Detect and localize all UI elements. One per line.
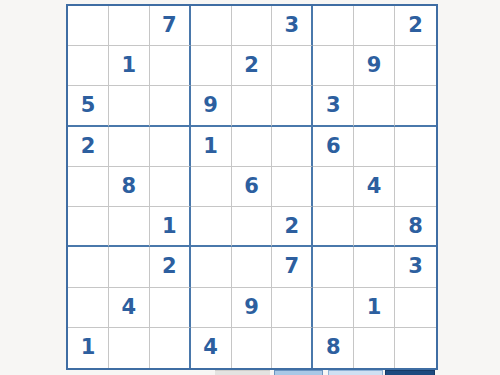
cell-r9c6[interactable] bbox=[272, 328, 313, 368]
cell-r6c7[interactable] bbox=[313, 207, 354, 247]
cell-r2c8[interactable]: 9 bbox=[354, 46, 395, 86]
cell-r9c2[interactable] bbox=[109, 328, 150, 368]
cutoff-button-light-1[interactable] bbox=[274, 370, 323, 375]
sudoku-board: 732129593216864128273491148 bbox=[66, 4, 438, 370]
cell-r5c6[interactable] bbox=[272, 167, 313, 207]
cell-r7c9[interactable]: 3 bbox=[395, 247, 436, 287]
cell-r8c7[interactable] bbox=[313, 288, 354, 328]
cell-r3c9[interactable] bbox=[395, 86, 436, 126]
cell-r3c2[interactable] bbox=[109, 86, 150, 126]
cell-r6c2[interactable] bbox=[109, 207, 150, 247]
cell-r2c7[interactable] bbox=[313, 46, 354, 86]
cell-r2c4[interactable] bbox=[191, 46, 232, 86]
cell-r5c2[interactable]: 8 bbox=[109, 167, 150, 207]
cell-r4c8[interactable] bbox=[354, 127, 395, 167]
cell-r6c4[interactable] bbox=[191, 207, 232, 247]
cell-r4c3[interactable] bbox=[150, 127, 191, 167]
cell-r5c9[interactable] bbox=[395, 167, 436, 207]
cell-r5c1[interactable] bbox=[68, 167, 109, 207]
cell-r6c5[interactable] bbox=[232, 207, 273, 247]
cell-r1c3[interactable]: 7 bbox=[150, 6, 191, 46]
cell-r7c3[interactable]: 2 bbox=[150, 247, 191, 287]
cell-r5c3[interactable] bbox=[150, 167, 191, 207]
cell-r2c1[interactable] bbox=[68, 46, 109, 86]
cell-r4c2[interactable] bbox=[109, 127, 150, 167]
cell-r4c5[interactable] bbox=[232, 127, 273, 167]
cell-r9c1[interactable]: 1 bbox=[68, 328, 109, 368]
cell-r3c7[interactable]: 3 bbox=[313, 86, 354, 126]
cell-r7c1[interactable] bbox=[68, 247, 109, 287]
cell-r5c4[interactable] bbox=[191, 167, 232, 207]
cutoff-button-light-2[interactable] bbox=[328, 370, 383, 375]
cell-r4c1[interactable]: 2 bbox=[68, 127, 109, 167]
cell-r7c4[interactable] bbox=[191, 247, 232, 287]
cell-r3c8[interactable] bbox=[354, 86, 395, 126]
cell-r9c5[interactable] bbox=[232, 328, 273, 368]
cell-r1c9[interactable]: 2 bbox=[395, 6, 436, 46]
cell-r8c1[interactable] bbox=[68, 288, 109, 328]
cell-r2c6[interactable] bbox=[272, 46, 313, 86]
cell-r7c6[interactable]: 7 bbox=[272, 247, 313, 287]
cell-r7c7[interactable] bbox=[313, 247, 354, 287]
cell-r5c7[interactable] bbox=[313, 167, 354, 207]
cell-r3c4[interactable]: 9 bbox=[191, 86, 232, 126]
cell-r5c8[interactable]: 4 bbox=[354, 167, 395, 207]
cell-r4c9[interactable] bbox=[395, 127, 436, 167]
cell-r2c2[interactable]: 1 bbox=[109, 46, 150, 86]
cell-r9c8[interactable] bbox=[354, 328, 395, 368]
cell-r1c2[interactable] bbox=[109, 6, 150, 46]
cell-r2c5[interactable]: 2 bbox=[232, 46, 273, 86]
cell-r9c4[interactable]: 4 bbox=[191, 328, 232, 368]
cell-r8c3[interactable] bbox=[150, 288, 191, 328]
cell-r6c8[interactable] bbox=[354, 207, 395, 247]
cell-r4c7[interactable]: 6 bbox=[313, 127, 354, 167]
cell-r1c5[interactable] bbox=[232, 6, 273, 46]
cell-r3c1[interactable]: 5 bbox=[68, 86, 109, 126]
cell-r6c9[interactable]: 8 bbox=[395, 207, 436, 247]
cutoff-button-dark[interactable] bbox=[385, 370, 435, 375]
cell-r9c3[interactable] bbox=[150, 328, 191, 368]
cell-r1c6[interactable]: 3 bbox=[272, 6, 313, 46]
cell-r5c5[interactable]: 6 bbox=[232, 167, 273, 207]
cell-r8c6[interactable] bbox=[272, 288, 313, 328]
cell-r7c5[interactable] bbox=[232, 247, 273, 287]
cell-r1c4[interactable] bbox=[191, 6, 232, 46]
cell-r9c9[interactable] bbox=[395, 328, 436, 368]
cell-r6c1[interactable] bbox=[68, 207, 109, 247]
cell-r7c2[interactable] bbox=[109, 247, 150, 287]
cell-r3c5[interactable] bbox=[232, 86, 273, 126]
cell-r8c4[interactable] bbox=[191, 288, 232, 328]
cell-r1c7[interactable] bbox=[313, 6, 354, 46]
cell-r4c4[interactable]: 1 bbox=[191, 127, 232, 167]
cell-r2c3[interactable] bbox=[150, 46, 191, 86]
cell-r2c9[interactable] bbox=[395, 46, 436, 86]
cell-r8c9[interactable] bbox=[395, 288, 436, 328]
cell-r8c2[interactable]: 4 bbox=[109, 288, 150, 328]
cell-r9c7[interactable]: 8 bbox=[313, 328, 354, 368]
cell-r3c3[interactable] bbox=[150, 86, 191, 126]
cell-r1c1[interactable] bbox=[68, 6, 109, 46]
cell-r1c8[interactable] bbox=[354, 6, 395, 46]
cell-r6c3[interactable]: 1 bbox=[150, 207, 191, 247]
cell-r8c5[interactable]: 9 bbox=[232, 288, 273, 328]
cell-r8c8[interactable]: 1 bbox=[354, 288, 395, 328]
cell-r7c8[interactable] bbox=[354, 247, 395, 287]
cell-r3c6[interactable] bbox=[272, 86, 313, 126]
cell-r4c6[interactable] bbox=[272, 127, 313, 167]
cell-r6c6[interactable]: 2 bbox=[272, 207, 313, 247]
cutoff-element-gray bbox=[215, 370, 270, 375]
